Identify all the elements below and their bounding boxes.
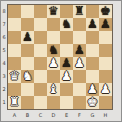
square-c5[interactable] [34, 44, 47, 57]
square-d4[interactable]: ♟ [47, 57, 60, 70]
square-c2[interactable] [34, 83, 47, 96]
square-c7[interactable] [34, 18, 47, 31]
black-pawn-g7[interactable]: ♟ [86, 18, 99, 31]
file-label-f: F [73, 111, 86, 119]
square-f8[interactable]: ♜ [73, 5, 86, 18]
white-pawn-d4[interactable]: ♟ [47, 57, 60, 70]
file-label-g: G [86, 111, 99, 119]
square-c8[interactable] [34, 5, 47, 18]
chess-diagram: 87654321 ♛♜♚♞♟♟♟♞♟♟♟♟♛♞♟♝♟♟♜♚ ABCDEFGH [0, 0, 122, 122]
square-h1[interactable] [99, 96, 112, 109]
square-d1[interactable] [47, 96, 60, 109]
white-king-g1[interactable]: ♚ [86, 96, 99, 109]
square-f3[interactable] [73, 70, 86, 83]
square-g6[interactable] [86, 31, 99, 44]
square-h2[interactable]: ♟ [99, 83, 112, 96]
file-label-h: H [99, 111, 112, 119]
file-label-d: D [47, 111, 60, 119]
square-h5[interactable] [99, 44, 112, 57]
black-queen-d8[interactable]: ♛ [47, 5, 60, 18]
white-bishop-d2[interactable]: ♝ [47, 83, 60, 96]
square-e3[interactable]: ♟ [60, 70, 73, 83]
square-d8[interactable]: ♛ [47, 5, 60, 18]
square-b2[interactable] [21, 83, 34, 96]
black-knight-e7[interactable]: ♞ [60, 18, 73, 31]
square-g5[interactable] [86, 44, 99, 57]
square-a3[interactable]: ♛ [8, 70, 21, 83]
square-g1[interactable]: ♚ [86, 96, 99, 109]
square-f7[interactable] [73, 18, 86, 31]
square-g7[interactable]: ♟ [86, 18, 99, 31]
square-b5[interactable] [21, 44, 34, 57]
square-e2[interactable] [60, 83, 73, 96]
square-d2[interactable]: ♝ [47, 83, 60, 96]
square-a5[interactable] [8, 44, 21, 57]
white-pawn-e3[interactable]: ♟ [60, 70, 73, 83]
square-b1[interactable] [21, 96, 34, 109]
square-a7[interactable] [8, 18, 21, 31]
white-queen-a3[interactable]: ♛ [8, 70, 21, 83]
square-b6[interactable]: ♟ [21, 31, 34, 44]
chess-board[interactable]: ♛♜♚♞♟♟♟♞♟♟♟♟♛♞♟♝♟♟♜♚ [7, 4, 113, 110]
square-b8[interactable] [21, 5, 34, 18]
file-labels: ABCDEFGH [8, 111, 112, 119]
black-rook-f8[interactable]: ♜ [73, 5, 86, 18]
black-pawn-h7[interactable]: ♟ [99, 18, 112, 31]
square-d7[interactable] [47, 18, 60, 31]
file-label-a: A [8, 111, 21, 119]
square-f4[interactable]: ♟ [73, 57, 86, 70]
white-knight-b3[interactable]: ♞ [21, 70, 34, 83]
square-a1[interactable]: ♜ [8, 96, 21, 109]
file-label-c: C [34, 111, 47, 119]
square-b3[interactable]: ♞ [21, 70, 34, 83]
square-h6[interactable] [99, 31, 112, 44]
square-h4[interactable] [99, 57, 112, 70]
square-g4[interactable] [86, 57, 99, 70]
white-pawn-h2[interactable]: ♟ [99, 83, 112, 96]
square-a6[interactable] [8, 31, 21, 44]
square-c1[interactable] [34, 96, 47, 109]
white-rook-a1[interactable]: ♜ [8, 96, 21, 109]
file-label-b: B [21, 111, 34, 119]
square-f1[interactable] [73, 96, 86, 109]
square-c6[interactable] [34, 31, 47, 44]
white-pawn-f4[interactable]: ♟ [73, 57, 86, 70]
black-pawn-b6[interactable]: ♟ [21, 31, 34, 44]
file-label-e: E [60, 111, 73, 119]
square-a8[interactable] [8, 5, 21, 18]
square-c3[interactable] [34, 70, 47, 83]
square-f2[interactable] [73, 83, 86, 96]
square-h7[interactable]: ♟ [99, 18, 112, 31]
square-e6[interactable] [60, 31, 73, 44]
square-e7[interactable]: ♞ [60, 18, 73, 31]
square-e1[interactable] [60, 96, 73, 109]
square-c4[interactable] [34, 57, 47, 70]
